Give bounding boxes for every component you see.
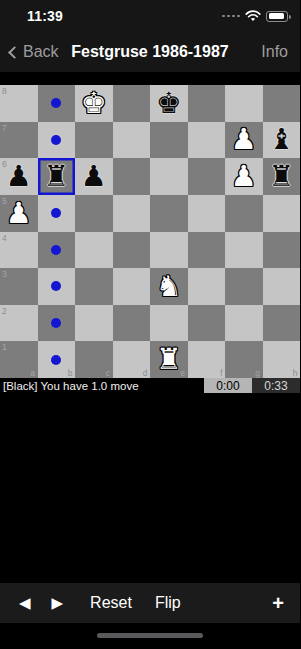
file-label-c: c	[106, 369, 110, 378]
piece-white-king: ♚	[81, 89, 107, 118]
add-button[interactable]: +	[272, 592, 284, 615]
square-e2[interactable]	[150, 305, 188, 342]
rank-label-1: 1	[2, 343, 7, 352]
next-move-button[interactable]: ▶	[52, 594, 64, 612]
square-h3[interactable]	[263, 268, 301, 305]
square-h1[interactable]: h	[263, 341, 301, 378]
square-f4[interactable]	[188, 232, 226, 269]
square-a2[interactable]: 2	[0, 305, 38, 342]
file-label-b: b	[68, 369, 73, 378]
status-icons	[222, 9, 288, 23]
square-a5[interactable]: 5♟	[0, 195, 38, 232]
piece-black-bishop: ♝	[268, 125, 294, 154]
flip-button[interactable]: Flip	[155, 594, 181, 612]
square-d4[interactable]	[113, 232, 151, 269]
square-d2[interactable]	[113, 305, 151, 342]
square-g1[interactable]: g	[225, 341, 263, 378]
bottom-toolbar: ◀ ▶ Reset Flip +	[0, 583, 300, 623]
square-g7[interactable]: ♟	[225, 122, 263, 159]
file-label-a: a	[30, 369, 35, 378]
rank-label-8: 8	[2, 87, 7, 96]
square-d1[interactable]: d	[113, 341, 151, 378]
reset-button[interactable]: Reset	[90, 594, 132, 612]
square-e3[interactable]: ♞	[150, 268, 188, 305]
chess-board: 8♚♚7♟♝6♟♜♟♟♜5♟43♞21abcde♜fgh	[0, 85, 300, 378]
square-h5[interactable]	[263, 195, 301, 232]
square-g3[interactable]	[225, 268, 263, 305]
piece-black-rook: ♜	[43, 162, 69, 191]
cellular-signal-icon	[222, 15, 240, 18]
square-e7[interactable]	[150, 122, 188, 159]
legal-move-dot	[51, 245, 61, 255]
app-window: 11:39 Back Festgruse 1986-1987 Info 8♚♚7…	[0, 0, 300, 649]
file-label-d: d	[143, 369, 148, 378]
wifi-icon	[245, 10, 261, 22]
legal-move-dot	[51, 208, 61, 218]
game-status-line: [Black] You have 1.0 move 0:00 0:33	[0, 378, 300, 393]
square-a3[interactable]: 3	[0, 268, 38, 305]
legal-move-dot	[51, 281, 61, 291]
square-b8[interactable]	[38, 85, 76, 122]
piece-black-pawn: ♟	[81, 162, 107, 191]
square-h7[interactable]: ♝	[263, 122, 301, 159]
square-e1[interactable]: e♜	[150, 341, 188, 378]
square-b7[interactable]	[38, 122, 76, 159]
file-label-g: g	[255, 369, 260, 378]
legal-move-dot	[51, 135, 61, 145]
square-g4[interactable]	[225, 232, 263, 269]
square-b4[interactable]	[38, 232, 76, 269]
piece-white-rook: ♜	[156, 345, 182, 374]
file-label-h: h	[293, 369, 298, 378]
square-c3[interactable]	[75, 268, 113, 305]
white-clock: 0:00	[204, 378, 252, 393]
black-clock: 0:33	[252, 378, 300, 393]
square-a6[interactable]: 6♟	[0, 158, 38, 195]
square-h2[interactable]	[263, 305, 301, 342]
back-label: Back	[23, 43, 59, 61]
square-f1[interactable]: f	[188, 341, 226, 378]
square-f2[interactable]	[188, 305, 226, 342]
legal-move-dot	[51, 318, 61, 328]
previous-move-button[interactable]: ◀	[19, 594, 31, 612]
rank-label-7: 7	[2, 124, 7, 133]
rank-label-3: 3	[2, 270, 7, 279]
square-f7[interactable]	[188, 122, 226, 159]
square-b1[interactable]: b	[38, 341, 76, 378]
square-d7[interactable]	[113, 122, 151, 159]
square-e4[interactable]	[150, 232, 188, 269]
piece-black-pawn: ♟	[6, 162, 32, 191]
top-chrome: 11:39 Back Festgruse 1986-1987 Info	[0, 0, 300, 72]
rank-label-4: 4	[2, 234, 7, 243]
square-c8[interactable]: ♚	[75, 85, 113, 122]
rank-label-2: 2	[2, 307, 7, 316]
square-a7[interactable]: 7	[0, 122, 38, 159]
piece-white-pawn: ♟	[231, 162, 257, 191]
square-f8[interactable]	[188, 85, 226, 122]
square-d3[interactable]	[113, 268, 151, 305]
square-c7[interactable]	[75, 122, 113, 159]
square-h6[interactable]: ♜	[263, 158, 301, 195]
square-d8[interactable]	[113, 85, 151, 122]
turn-message: [Black] You have 1.0 move	[0, 378, 204, 393]
square-a8[interactable]: 8	[0, 85, 38, 122]
square-d6[interactable]	[113, 158, 151, 195]
square-g6[interactable]: ♟	[225, 158, 263, 195]
piece-white-pawn: ♟	[6, 199, 32, 228]
square-b3[interactable]	[38, 268, 76, 305]
square-c6[interactable]: ♟	[75, 158, 113, 195]
piece-black-king: ♚	[156, 89, 182, 118]
square-b5[interactable]	[38, 195, 76, 232]
square-f5[interactable]	[188, 195, 226, 232]
square-g2[interactable]	[225, 305, 263, 342]
home-indicator[interactable]	[97, 633, 203, 638]
square-c1[interactable]: c	[75, 341, 113, 378]
square-b2[interactable]	[38, 305, 76, 342]
square-g8[interactable]	[225, 85, 263, 122]
square-b6[interactable]: ♜	[38, 158, 76, 195]
square-c5[interactable]	[75, 195, 113, 232]
square-d5[interactable]	[113, 195, 151, 232]
square-a4[interactable]: 4	[0, 232, 38, 269]
square-a1[interactable]: 1a	[0, 341, 38, 378]
legal-move-dot	[51, 98, 61, 108]
square-h4[interactable]	[263, 232, 301, 269]
piece-black-rook: ♜	[268, 162, 294, 191]
square-c2[interactable]	[75, 305, 113, 342]
square-h8[interactable]	[263, 85, 301, 122]
square-c4[interactable]	[75, 232, 113, 269]
chevron-left-icon	[8, 46, 21, 59]
piece-white-knight: ♞	[156, 272, 182, 301]
back-button[interactable]: Back	[8, 43, 59, 61]
square-e6[interactable]	[150, 158, 188, 195]
square-g5[interactable]	[225, 195, 263, 232]
square-e5[interactable]	[150, 195, 188, 232]
battery-icon	[266, 11, 288, 22]
piece-white-pawn: ♟	[231, 125, 257, 154]
nav-bar: Back Festgruse 1986-1987 Info	[0, 34, 300, 70]
square-e8[interactable]: ♚	[150, 85, 188, 122]
file-label-f: f	[220, 369, 222, 378]
info-button[interactable]: Info	[261, 43, 288, 61]
square-f3[interactable]	[188, 268, 226, 305]
status-bar: 11:39	[0, 0, 300, 30]
square-f6[interactable]	[188, 158, 226, 195]
clock-time: 11:39	[27, 8, 63, 24]
legal-move-dot	[51, 355, 61, 365]
